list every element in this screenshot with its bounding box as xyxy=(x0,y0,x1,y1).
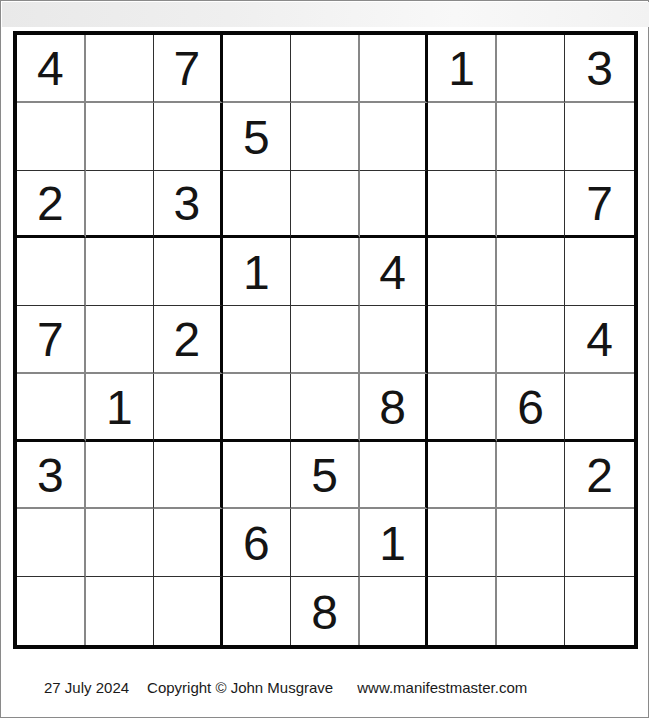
cell-r6c6: 8 xyxy=(360,374,429,442)
cell-r9c6 xyxy=(360,577,429,645)
cell-r3c2 xyxy=(86,171,155,239)
cell-r5c4 xyxy=(223,306,292,374)
cell-r4c3 xyxy=(154,238,223,306)
cell-r5c8 xyxy=(497,306,566,374)
cell-r9c7 xyxy=(428,577,497,645)
cell-r5c5 xyxy=(291,306,360,374)
cell-r5c9: 4 xyxy=(565,306,634,374)
cell-r4c7 xyxy=(428,238,497,306)
cell-r2c8 xyxy=(497,103,566,171)
cell-r8c3 xyxy=(154,509,223,577)
cell-r6c9 xyxy=(565,374,634,442)
cell-r7c1: 3 xyxy=(17,442,86,510)
cell-r6c1 xyxy=(17,374,86,442)
cell-r3c9: 7 xyxy=(565,171,634,239)
cell-r9c3 xyxy=(154,577,223,645)
cell-r4c8 xyxy=(497,238,566,306)
cell-r6c7 xyxy=(428,374,497,442)
cell-r5c1: 7 xyxy=(17,306,86,374)
cell-r6c5 xyxy=(291,374,360,442)
cell-r1c7: 1 xyxy=(428,35,497,103)
footer-website: www.manifestmaster.com xyxy=(357,679,527,696)
cell-r4c4: 1 xyxy=(223,238,292,306)
cell-r2c4: 5 xyxy=(223,103,292,171)
top-bar xyxy=(2,2,649,27)
cell-r8c2 xyxy=(86,509,155,577)
cell-r6c8: 6 xyxy=(497,374,566,442)
sudoku-board: 4713523714724186352618 xyxy=(13,31,638,649)
cell-r2c3 xyxy=(154,103,223,171)
cell-r3c1: 2 xyxy=(17,171,86,239)
footer-copyright: Copyright © John Musgrave xyxy=(147,679,333,696)
cell-r7c6 xyxy=(360,442,429,510)
cell-r8c4: 6 xyxy=(223,509,292,577)
cell-r9c2 xyxy=(86,577,155,645)
cell-r1c5 xyxy=(291,35,360,103)
cell-r6c4 xyxy=(223,374,292,442)
cell-r1c6 xyxy=(360,35,429,103)
cell-r9c5: 8 xyxy=(291,577,360,645)
cell-r1c3: 7 xyxy=(154,35,223,103)
footer-date: 27 July 2024 xyxy=(44,679,129,696)
cell-r2c1 xyxy=(17,103,86,171)
footer: 27 July 2024 Copyright © John Musgrave w… xyxy=(44,677,527,697)
cell-r1c9: 3 xyxy=(565,35,634,103)
cell-r4c2 xyxy=(86,238,155,306)
cell-r5c6 xyxy=(360,306,429,374)
cell-r1c8 xyxy=(497,35,566,103)
cell-r2c5 xyxy=(291,103,360,171)
cell-r3c7 xyxy=(428,171,497,239)
cell-r2c6 xyxy=(360,103,429,171)
cell-r2c9 xyxy=(565,103,634,171)
cell-r9c9 xyxy=(565,577,634,645)
cell-r8c1 xyxy=(17,509,86,577)
cell-r5c2 xyxy=(86,306,155,374)
cell-r3c5 xyxy=(291,171,360,239)
cell-r7c2 xyxy=(86,442,155,510)
cell-r9c1 xyxy=(17,577,86,645)
cell-r8c9 xyxy=(565,509,634,577)
cell-r6c3 xyxy=(154,374,223,442)
cell-r8c8 xyxy=(497,509,566,577)
cell-r4c5 xyxy=(291,238,360,306)
cell-r4c6: 4 xyxy=(360,238,429,306)
cell-r7c4 xyxy=(223,442,292,510)
cell-r7c9: 2 xyxy=(565,442,634,510)
cell-r3c4 xyxy=(223,171,292,239)
cell-r3c8 xyxy=(497,171,566,239)
cell-r1c4 xyxy=(223,35,292,103)
cell-r3c6 xyxy=(360,171,429,239)
cell-r1c1: 4 xyxy=(17,35,86,103)
cell-r9c8 xyxy=(497,577,566,645)
cell-r3c3: 3 xyxy=(154,171,223,239)
cell-r2c7 xyxy=(428,103,497,171)
cell-r8c5 xyxy=(291,509,360,577)
cell-r5c7 xyxy=(428,306,497,374)
cell-r2c2 xyxy=(86,103,155,171)
cell-r5c3: 2 xyxy=(154,306,223,374)
cell-r8c6: 1 xyxy=(360,509,429,577)
cell-r7c8 xyxy=(497,442,566,510)
cell-r1c2 xyxy=(86,35,155,103)
cell-r4c9 xyxy=(565,238,634,306)
cell-r8c7 xyxy=(428,509,497,577)
cell-r7c7 xyxy=(428,442,497,510)
cell-r7c5: 5 xyxy=(291,442,360,510)
cell-r6c2: 1 xyxy=(86,374,155,442)
cell-r7c3 xyxy=(154,442,223,510)
cell-r9c4 xyxy=(223,577,292,645)
cell-r4c1 xyxy=(17,238,86,306)
page-frame: 4713523714724186352618 27 July 2024 Copy… xyxy=(0,0,649,718)
